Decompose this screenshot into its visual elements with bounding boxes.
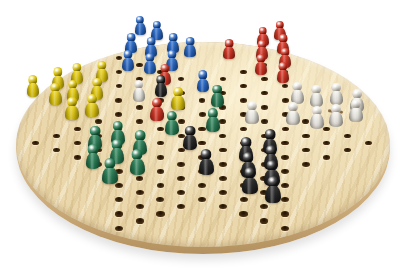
peg-body (155, 83, 168, 97)
peg-body (85, 103, 98, 117)
peg-body (49, 91, 62, 105)
peg-body (130, 159, 145, 175)
peg-body (86, 153, 101, 169)
peg-body (223, 47, 235, 59)
peg-body (242, 178, 258, 194)
peg-red[interactable] (277, 62, 289, 83)
peg-green[interactable] (165, 111, 179, 135)
peg-white[interactable] (310, 85, 323, 107)
peg-body (165, 120, 179, 135)
peg-blue[interactable] (197, 70, 210, 92)
peg-black[interactable] (265, 176, 281, 203)
peg-blue[interactable] (184, 37, 196, 57)
peg-body (184, 45, 196, 57)
peg-body (349, 108, 363, 122)
peg-blue[interactable] (144, 53, 156, 74)
peg-body (183, 135, 197, 150)
peg-body (144, 61, 156, 74)
peg-white[interactable] (133, 80, 146, 102)
photo-scene (0, 0, 400, 275)
peg-green[interactable] (206, 108, 220, 132)
peg-body (122, 58, 134, 71)
peg-body (65, 106, 78, 120)
peg-body (171, 96, 184, 110)
peg-black[interactable] (199, 149, 214, 175)
peg-yellow[interactable] (65, 97, 78, 120)
peg-yellow[interactable] (49, 83, 62, 105)
peg-green[interactable] (102, 158, 117, 184)
peg-yellow[interactable] (171, 87, 184, 110)
peg-white[interactable] (286, 102, 300, 125)
peg-blue[interactable] (135, 16, 146, 35)
peg-yellow[interactable] (85, 94, 98, 117)
pieces-layer (0, 0, 400, 275)
peg-blue[interactable] (122, 50, 134, 71)
peg-body (277, 70, 289, 83)
peg-white[interactable] (310, 106, 324, 130)
peg-green[interactable] (211, 85, 224, 107)
peg-black[interactable] (242, 167, 258, 194)
peg-green[interactable] (130, 149, 145, 175)
peg-red[interactable] (150, 98, 164, 121)
peg-body (245, 110, 259, 124)
peg-body (286, 111, 300, 125)
peg-body (133, 88, 146, 102)
peg-body (211, 93, 224, 107)
peg-white[interactable] (245, 101, 259, 124)
peg-body (197, 79, 210, 92)
peg-white[interactable] (330, 83, 343, 105)
peg-body (310, 114, 324, 129)
peg-body (329, 112, 343, 127)
peg-body (150, 107, 164, 121)
peg-body (102, 168, 117, 184)
peg-red[interactable] (223, 39, 235, 59)
peg-white[interactable] (349, 99, 363, 122)
peg-black[interactable] (155, 75, 168, 97)
peg-yellow[interactable] (27, 75, 40, 97)
peg-white[interactable] (329, 104, 343, 127)
peg-black[interactable] (183, 126, 197, 151)
peg-body (199, 159, 214, 175)
peg-body (27, 83, 40, 97)
peg-white[interactable] (291, 82, 304, 104)
peg-red[interactable] (255, 54, 267, 75)
peg-body (206, 117, 220, 132)
peg-body (265, 186, 281, 203)
peg-green[interactable] (86, 144, 101, 169)
peg-body (255, 62, 267, 75)
